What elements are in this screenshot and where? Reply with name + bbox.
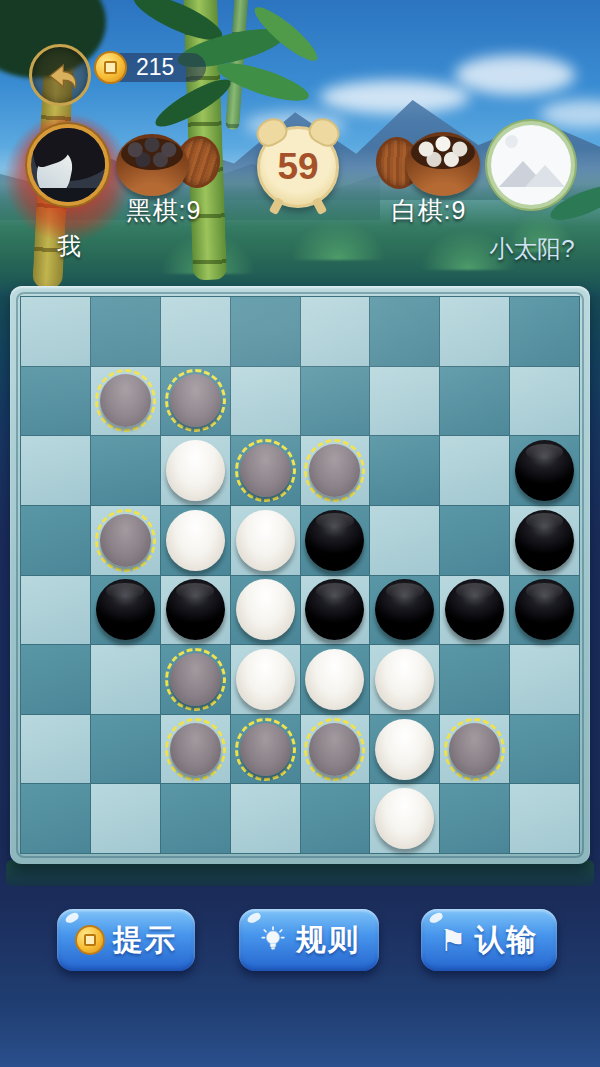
hint-disc-icon xyxy=(170,653,221,706)
cloud xyxy=(455,55,575,95)
board-cell-r3c7[interactable] xyxy=(440,436,509,505)
hint-disc-icon xyxy=(309,444,360,497)
white-disc-icon xyxy=(375,788,434,849)
board-cell-r5c8 xyxy=(510,576,579,645)
hint-disc-icon xyxy=(100,514,151,567)
board-cell-r6c1[interactable] xyxy=(21,645,90,714)
black-disc-icon xyxy=(305,510,364,571)
board-cell-r3c4[interactable] xyxy=(231,436,300,505)
white-disc-icon xyxy=(305,649,364,710)
bulb-icon xyxy=(258,925,288,955)
hint-button[interactable]: 提示 xyxy=(57,909,195,971)
board-cell-r7c5[interactable] xyxy=(301,715,370,784)
legal-move-hint[interactable] xyxy=(235,439,296,502)
black-disc-icon xyxy=(375,579,434,640)
white-disc-icon xyxy=(236,579,295,640)
legal-move-hint[interactable] xyxy=(95,369,156,432)
board-cell-r7c2[interactable] xyxy=(91,715,160,784)
board-cell-r8c7[interactable] xyxy=(440,784,509,853)
board-cell-r6c6 xyxy=(370,645,439,714)
board-cell-r2c5[interactable] xyxy=(301,367,370,436)
board-cell-r1c6[interactable] xyxy=(370,297,439,366)
board-cell-r1c8[interactable] xyxy=(510,297,579,366)
hint-disc-icon xyxy=(309,723,360,776)
board-cell-r4c7[interactable] xyxy=(440,506,509,575)
board-cell-r4c3 xyxy=(161,506,230,575)
reversi-board xyxy=(10,286,590,864)
flag-icon: ⚑ xyxy=(440,923,467,958)
board-cell-r2c6[interactable] xyxy=(370,367,439,436)
board-cell-r5c6 xyxy=(370,576,439,645)
board-cell-r4c4 xyxy=(231,506,300,575)
legal-move-hint[interactable] xyxy=(444,718,505,781)
grass-tuft xyxy=(290,218,386,260)
board-cell-r7c7[interactable] xyxy=(440,715,509,784)
white-disc-icon xyxy=(375,649,434,710)
board-cell-r8c8[interactable] xyxy=(510,784,579,853)
board-cell-r7c4[interactable] xyxy=(231,715,300,784)
cloud xyxy=(320,80,470,114)
board-cell-r2c8[interactable] xyxy=(510,367,579,436)
hint-disc-icon xyxy=(240,723,291,776)
legal-move-hint[interactable] xyxy=(165,718,226,781)
board-cell-r5c3 xyxy=(161,576,230,645)
back-button[interactable] xyxy=(29,44,91,106)
my-avatar[interactable] xyxy=(31,128,105,202)
white-stone-tray xyxy=(376,128,482,198)
my-name: 我 xyxy=(27,230,111,262)
hint-button-label: 提示 xyxy=(113,920,177,961)
board-cell-r7c8[interactable] xyxy=(510,715,579,784)
board-cell-r3c8 xyxy=(510,436,579,505)
black-disc-icon xyxy=(166,579,225,640)
board-cell-r6c5 xyxy=(301,645,370,714)
cloud xyxy=(540,100,600,128)
board-cell-r7c3[interactable] xyxy=(161,715,230,784)
board-cell-r1c5[interactable] xyxy=(301,297,370,366)
resign-button-label: 认输 xyxy=(474,920,538,961)
board-cell-r3c2[interactable] xyxy=(91,436,160,505)
board-cell-r2c4[interactable] xyxy=(231,367,300,436)
opponent-name: 小太阳? xyxy=(486,233,578,265)
board-cell-r3c1[interactable] xyxy=(21,436,90,505)
board-cell-r4c6[interactable] xyxy=(370,506,439,575)
board-cell-r6c3[interactable] xyxy=(161,645,230,714)
board-cell-r4c8 xyxy=(510,506,579,575)
black-disc-icon xyxy=(445,579,504,640)
board-cell-r4c1[interactable] xyxy=(21,506,90,575)
board-cell-r5c2 xyxy=(91,576,160,645)
black-stones xyxy=(122,136,181,172)
board-cell-r2c7[interactable] xyxy=(440,367,509,436)
white-bowl-icon xyxy=(406,132,480,196)
game-screen: 215 我 黑棋:9 59 白棋:9 小太阳? xyxy=(0,0,600,1067)
board-cell-r1c1[interactable] xyxy=(21,297,90,366)
white-disc-icon xyxy=(236,510,295,571)
board-cell-r7c6 xyxy=(370,715,439,784)
hint-disc-icon xyxy=(170,723,221,776)
board-cell-r2c2[interactable] xyxy=(91,367,160,436)
hint-disc-icon xyxy=(100,374,151,427)
board-cell-r8c2[interactable] xyxy=(91,784,160,853)
legal-move-hint[interactable] xyxy=(235,718,296,781)
white-disc-icon xyxy=(236,649,295,710)
black-disc-icon xyxy=(515,579,574,640)
rules-button[interactable]: 规则 xyxy=(239,909,379,971)
avatar-sun-dot xyxy=(505,135,518,148)
hint-disc-icon xyxy=(240,444,291,497)
white-disc-icon xyxy=(166,510,225,571)
legal-move-hint[interactable] xyxy=(304,718,365,781)
white-stones xyxy=(413,135,474,172)
timer-seconds: 59 xyxy=(277,146,318,188)
board-cell-r5c5 xyxy=(301,576,370,645)
board-cell-r6c2[interactable] xyxy=(91,645,160,714)
back-arrow-icon xyxy=(40,55,80,95)
opponent-avatar[interactable] xyxy=(491,125,571,205)
board-cell-r6c8[interactable] xyxy=(510,645,579,714)
board-cell-r7c1[interactable] xyxy=(21,715,90,784)
black-count-label: 黑棋:9 xyxy=(110,194,218,227)
board-cell-r5c1[interactable] xyxy=(21,576,90,645)
black-disc-icon xyxy=(515,440,574,501)
board-cell-r8c1[interactable] xyxy=(21,784,90,853)
legal-move-hint[interactable] xyxy=(165,648,226,711)
board-cell-r4c5 xyxy=(301,506,370,575)
board-cell-r6c7[interactable] xyxy=(440,645,509,714)
board-cell-r6c4 xyxy=(231,645,300,714)
white-disc-icon xyxy=(166,440,225,501)
coin-icon xyxy=(75,925,105,955)
white-count-label: 白棋:9 xyxy=(374,194,484,227)
legal-move-hint[interactable] xyxy=(95,509,156,572)
board-cell-r5c4 xyxy=(231,576,300,645)
board-cell-r3c5[interactable] xyxy=(301,436,370,505)
board-cell-r4c2[interactable] xyxy=(91,506,160,575)
board-cell-r1c2[interactable] xyxy=(91,297,160,366)
black-stone-tray xyxy=(116,130,222,200)
avatar-mountain-icon xyxy=(525,165,565,187)
board-cell-r2c1[interactable] xyxy=(21,367,90,436)
black-disc-icon xyxy=(515,510,574,571)
board-cell-r8c6 xyxy=(370,784,439,853)
board-cell-r8c5[interactable] xyxy=(301,784,370,853)
black-disc-icon xyxy=(305,579,364,640)
rules-button-label: 规则 xyxy=(296,920,360,961)
board-cell-r8c3[interactable] xyxy=(161,784,230,853)
coin-icon xyxy=(94,51,127,84)
board-cell-r1c3[interactable] xyxy=(161,297,230,366)
board-cell-r1c4[interactable] xyxy=(231,297,300,366)
board-grid xyxy=(20,296,580,854)
board-cell-r2c3[interactable] xyxy=(161,367,230,436)
hint-disc-icon xyxy=(170,374,221,427)
board-cell-r8c4[interactable] xyxy=(231,784,300,853)
board-cell-r3c6[interactable] xyxy=(370,436,439,505)
legal-move-hint[interactable] xyxy=(304,439,365,502)
white-disc-icon xyxy=(375,719,434,780)
board-cell-r5c7 xyxy=(440,576,509,645)
resign-button[interactable]: ⚑ 认输 xyxy=(421,909,557,971)
board-cell-r1c7[interactable] xyxy=(440,297,509,366)
legal-move-hint[interactable] xyxy=(165,369,226,432)
hint-disc-icon xyxy=(449,723,500,776)
move-timer: 59 xyxy=(257,126,339,208)
black-bowl-icon xyxy=(116,134,188,196)
board-cell-r3c3 xyxy=(161,436,230,505)
black-disc-icon xyxy=(96,579,155,640)
